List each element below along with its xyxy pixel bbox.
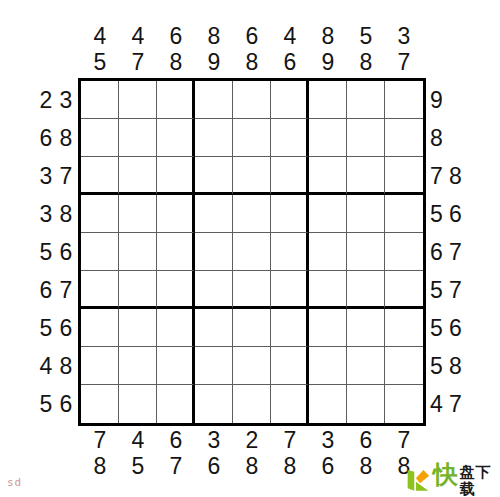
board-cell-r4c7[interactable]	[309, 195, 347, 233]
clue-bottom: 7	[157, 453, 195, 479]
board-cell-r9c9[interactable]	[385, 385, 423, 423]
board-cell-r2c3[interactable]	[157, 119, 195, 157]
board-cell-r1c5[interactable]	[233, 81, 271, 119]
board-cell-r7c8[interactable]	[347, 309, 385, 347]
board-cell-r8c5[interactable]	[233, 347, 271, 385]
kuaipan-logo-icon	[406, 467, 431, 493]
clues-right: 9878566757565847	[427, 81, 465, 423]
board-cell-r3c9[interactable]	[385, 157, 423, 195]
clue-left: 3	[56, 81, 76, 119]
board-cell-r8c6[interactable]	[271, 347, 309, 385]
clue-right: 9	[427, 81, 446, 119]
board-cell-r9c7[interactable]	[309, 385, 347, 423]
clue-left: 5	[36, 309, 56, 347]
corner-text: sd	[7, 476, 22, 489]
clues-left: 236837385667564856	[36, 81, 76, 423]
board-cell-r2c2[interactable]	[119, 119, 157, 157]
clue-top: 8	[347, 49, 385, 75]
board-cell-r1c1[interactable]	[81, 81, 119, 119]
board-cell-r5c8[interactable]	[347, 233, 385, 271]
board-cell-r3c8[interactable]	[347, 157, 385, 195]
board-cell-r3c1[interactable]	[81, 157, 119, 195]
clue-top: 7	[385, 49, 423, 75]
clue-top: 7	[119, 49, 157, 75]
board-cell-r6c3[interactable]	[157, 271, 195, 309]
clue-bottom: 8	[271, 453, 309, 479]
clue-top: 5	[347, 23, 385, 49]
clue-bottom: 6	[195, 453, 233, 479]
clue-top: 6	[157, 23, 195, 49]
clue-right: 6	[427, 233, 446, 271]
board-cell-r7c9[interactable]	[385, 309, 423, 347]
board-cell-r9c5[interactable]	[233, 385, 271, 423]
clue-bottom: 5	[119, 453, 157, 479]
watermark-brand-dark: 盘下载	[460, 463, 500, 497]
clue-top: 4	[81, 23, 119, 49]
clue-left: 6	[36, 271, 56, 309]
clue-right: 6	[446, 309, 465, 347]
clue-left: 8	[56, 347, 76, 385]
board-cell-r5c2[interactable]	[119, 233, 157, 271]
board-cell-r6c5[interactable]	[233, 271, 271, 309]
board-cell-r8c1[interactable]	[81, 347, 119, 385]
board-cell-r8c8[interactable]	[347, 347, 385, 385]
clue-bottom: 2	[233, 427, 271, 453]
clue-left: 7	[56, 271, 76, 309]
board-cell-r4c3[interactable]	[157, 195, 195, 233]
clue-left: 4	[36, 347, 56, 385]
board-cell-r4c1[interactable]	[81, 195, 119, 233]
clue-left: 6	[36, 119, 56, 157]
clue-bottom: 7	[271, 427, 309, 453]
board-cell-r7c6[interactable]	[271, 309, 309, 347]
board-cell-r3c4[interactable]	[195, 157, 233, 195]
board-cell-r4c9[interactable]	[385, 195, 423, 233]
board-cell-r1c4[interactable]	[195, 81, 233, 119]
board-cell-r8c4[interactable]	[195, 347, 233, 385]
watermark-right: 盘下载 绿色·安全·高速	[460, 463, 500, 497]
clue-bottom: 3	[195, 427, 233, 453]
clue-left: 2	[36, 81, 56, 119]
watermark-brand-green: 快	[433, 459, 458, 489]
board-cell-r5c4[interactable]	[195, 233, 233, 271]
clue-bottom: 3	[309, 427, 347, 453]
clue-bottom: 7	[81, 427, 119, 453]
clue-left: 6	[56, 233, 76, 271]
clue-right: 8	[446, 347, 465, 385]
clue-right: 8	[427, 119, 446, 157]
clue-top: 6	[233, 23, 271, 49]
board-cell-r2c1[interactable]	[81, 119, 119, 157]
board-cell-r8c2[interactable]	[119, 347, 157, 385]
clue-left: 8	[56, 195, 76, 233]
board-cell-r5c5[interactable]	[233, 233, 271, 271]
clue-top: 8	[309, 23, 347, 49]
clue-right	[446, 119, 465, 157]
board-cell-r2c8[interactable]	[347, 119, 385, 157]
clues-bottom: 746327367857688688	[81, 427, 423, 479]
board-cell-r7c5[interactable]	[233, 309, 271, 347]
sudoku-board	[78, 78, 426, 426]
clue-right: 7	[446, 385, 465, 423]
clue-right: 8	[446, 157, 465, 195]
clue-left: 3	[36, 195, 56, 233]
clue-left: 8	[56, 119, 76, 157]
clue-right	[446, 81, 465, 119]
board-cell-r4c8[interactable]	[347, 195, 385, 233]
clue-top: 6	[271, 49, 309, 75]
board-cell-r9c6[interactable]	[271, 385, 309, 423]
clue-bottom: 8	[233, 453, 271, 479]
board-cell-r1c2[interactable]	[119, 81, 157, 119]
board-cell-r7c4[interactable]	[195, 309, 233, 347]
clue-bottom: 7	[385, 427, 423, 453]
board-cell-r9c8[interactable]	[347, 385, 385, 423]
board-cell-r4c2[interactable]	[119, 195, 157, 233]
clue-top: 4	[119, 23, 157, 49]
clue-top: 3	[385, 23, 423, 49]
clue-right: 7	[427, 157, 446, 195]
clue-left: 5	[36, 233, 56, 271]
clue-left: 5	[36, 385, 56, 423]
clue-right: 5	[427, 271, 446, 309]
board-cell-r8c9[interactable]	[385, 347, 423, 385]
board-cell-r5c3[interactable]	[157, 233, 195, 271]
board-cell-r6c8[interactable]	[347, 271, 385, 309]
board-cell-r4c6[interactable]	[271, 195, 309, 233]
board-cell-r1c8[interactable]	[347, 81, 385, 119]
board-cell-r1c3[interactable]	[157, 81, 195, 119]
board-cell-r6c6[interactable]	[271, 271, 309, 309]
clue-top: 9	[309, 49, 347, 75]
board-cell-r5c7[interactable]	[309, 233, 347, 271]
clue-right: 7	[446, 271, 465, 309]
clue-top: 8	[157, 49, 195, 75]
board-cell-r5c1[interactable]	[81, 233, 119, 271]
clue-left: 6	[56, 309, 76, 347]
clue-bottom: 8	[81, 453, 119, 479]
clue-top: 8	[233, 49, 271, 75]
board-cell-r2c9[interactable]	[385, 119, 423, 157]
board-cell-r3c2[interactable]	[119, 157, 157, 195]
board-cell-r9c1[interactable]	[81, 385, 119, 423]
board-cell-r6c9[interactable]	[385, 271, 423, 309]
board-cell-r6c4[interactable]	[195, 271, 233, 309]
board-cell-r1c7[interactable]	[309, 81, 347, 119]
board-cell-r3c3[interactable]	[157, 157, 195, 195]
board-cell-r6c1[interactable]	[81, 271, 119, 309]
clue-right: 7	[446, 233, 465, 271]
board-cell-r4c5[interactable]	[233, 195, 271, 233]
clue-bottom: 6	[309, 453, 347, 479]
clue-bottom: 6	[157, 427, 195, 453]
clue-right: 6	[446, 195, 465, 233]
watermark: 快 盘下载 绿色·安全·高速	[406, 459, 500, 497]
board-cell-r3c6[interactable]	[271, 157, 309, 195]
board-cell-r2c6[interactable]	[271, 119, 309, 157]
board-cell-r9c4[interactable]	[195, 385, 233, 423]
clue-top: 8	[195, 23, 233, 49]
clue-left: 3	[36, 157, 56, 195]
clue-top: 4	[271, 23, 309, 49]
board-cell-r5c9[interactable]	[385, 233, 423, 271]
board-cell-r4c4[interactable]	[195, 195, 233, 233]
clue-bottom: 6	[347, 427, 385, 453]
board-cell-r7c2[interactable]	[119, 309, 157, 347]
clue-left: 7	[56, 157, 76, 195]
board-cell-r8c3[interactable]	[157, 347, 195, 385]
board-cell-r8c7[interactable]	[309, 347, 347, 385]
clue-right: 5	[427, 309, 446, 347]
board-cell-r7c7[interactable]	[309, 309, 347, 347]
board-cell-r5c6[interactable]	[271, 233, 309, 271]
board-cell-r3c5[interactable]	[233, 157, 271, 195]
board-cell-r2c5[interactable]	[233, 119, 271, 157]
board-cell-r9c3[interactable]	[157, 385, 195, 423]
clue-top: 5	[81, 49, 119, 75]
board-cell-r2c7[interactable]	[309, 119, 347, 157]
clue-bottom: 4	[119, 427, 157, 453]
board-cell-r6c7[interactable]	[309, 271, 347, 309]
board-cell-r6c2[interactable]	[119, 271, 157, 309]
clue-right: 5	[427, 347, 446, 385]
board-cell-r7c1[interactable]	[81, 309, 119, 347]
board-cell-r9c2[interactable]	[119, 385, 157, 423]
clue-top: 9	[195, 49, 233, 75]
clue-bottom: 8	[347, 453, 385, 479]
board-cell-r2c4[interactable]	[195, 119, 233, 157]
clue-left: 6	[56, 385, 76, 423]
board-cell-r1c9[interactable]	[385, 81, 423, 119]
clue-right: 4	[427, 385, 446, 423]
clue-right: 5	[427, 195, 446, 233]
clues-top: 446864853578986987	[81, 23, 423, 75]
board-cell-r3c7[interactable]	[309, 157, 347, 195]
board-cell-r7c3[interactable]	[157, 309, 195, 347]
board-cell-r1c6[interactable]	[271, 81, 309, 119]
